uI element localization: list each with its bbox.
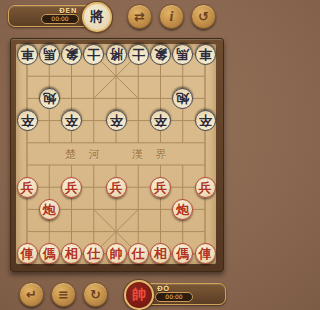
red-piece-c-1-7[interactable]: 炮	[39, 199, 60, 220]
black-piece-n-7-0[interactable]: 馬	[172, 44, 193, 65]
black-piece-p-8-3[interactable]: 卒	[195, 110, 216, 131]
black-piece-n-1-0[interactable]: 馬	[39, 44, 60, 65]
restart-icon: ↺	[198, 9, 209, 24]
red-piece-r-0-9[interactable]: 俥	[17, 243, 38, 264]
black-piece-b-2-0[interactable]: 象	[61, 44, 82, 65]
flip-sides-icon: ⇄	[134, 9, 145, 24]
black-piece-p-6-3[interactable]: 卒	[150, 110, 171, 131]
black-piece-p-2-3[interactable]: 卒	[61, 110, 82, 131]
redo-icon: ↻	[90, 287, 101, 302]
red-piece-p-2-6[interactable]: 兵	[61, 177, 82, 198]
red-piece-p-4-6[interactable]: 兵	[106, 177, 127, 198]
red-piece-p-0-6[interactable]: 兵	[17, 177, 38, 198]
undo-button[interactable]: ↵	[19, 282, 44, 307]
red-player-timer: 00:00	[155, 292, 193, 302]
red-player-avatar: 帥	[124, 280, 154, 310]
black-general-icon: 將	[90, 8, 104, 26]
black-piece-p-0-3[interactable]: 卒	[17, 110, 38, 131]
red-piece-p-8-6[interactable]: 兵	[195, 177, 216, 198]
red-piece-c-7-7[interactable]: 炮	[172, 199, 193, 220]
redo-button[interactable]: ↻	[83, 282, 108, 307]
info-icon: i	[170, 9, 174, 25]
black-player-timer: 00:00	[41, 14, 79, 24]
red-piece-k-4-9[interactable]: 帥	[106, 243, 127, 264]
black-piece-a-3-0[interactable]: 士	[83, 44, 104, 65]
black-piece-r-0-0[interactable]: 車	[17, 44, 38, 65]
red-general-icon: 帥	[132, 286, 146, 304]
board-surface[interactable]: 楚 河 漢 界 車馬象士將士象馬車炮炮卒卒卒卒卒兵兵兵兵兵炮炮俥傌相仕帥仕相傌俥	[16, 44, 216, 264]
black-piece-k-4-0[interactable]: 將	[106, 44, 127, 65]
black-piece-p-4-3[interactable]: 卒	[106, 110, 127, 131]
black-piece-b-6-0[interactable]: 象	[150, 44, 171, 65]
menu-button[interactable]: ≡	[51, 282, 76, 307]
black-piece-c-7-2[interactable]: 炮	[172, 88, 193, 109]
black-player-avatar: 將	[82, 2, 112, 32]
red-piece-a-5-9[interactable]: 仕	[128, 243, 149, 264]
black-piece-a-5-0[interactable]: 士	[128, 44, 149, 65]
red-piece-p-6-6[interactable]: 兵	[150, 177, 171, 198]
menu-icon: ≡	[58, 287, 69, 302]
river-label-right: 漢 界	[132, 146, 172, 161]
black-piece-c-1-2[interactable]: 炮	[39, 88, 60, 109]
red-piece-r-8-9[interactable]: 俥	[195, 243, 216, 264]
undo-icon: ↵	[26, 287, 37, 302]
info-button[interactable]: i	[159, 4, 184, 29]
red-piece-n-1-9[interactable]: 傌	[39, 243, 60, 264]
river-label-left: 楚 河	[65, 146, 105, 161]
black-piece-r-8-0[interactable]: 車	[195, 44, 216, 65]
restart-button[interactable]: ↺	[191, 4, 216, 29]
xiangqi-board: 楚 河 漢 界 車馬象士將士象馬車炮炮卒卒卒卒卒兵兵兵兵兵炮炮俥傌相仕帥仕相傌俥	[10, 38, 224, 272]
flip-sides-button[interactable]: ⇄	[127, 4, 152, 29]
